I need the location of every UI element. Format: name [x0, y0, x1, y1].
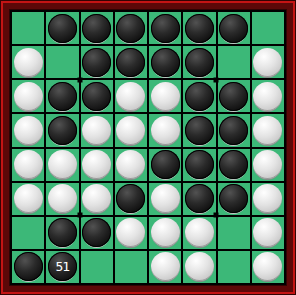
square-d6	[115, 183, 147, 215]
square-h5	[252, 149, 284, 181]
square-g3	[218, 80, 250, 112]
star-point-icon	[78, 77, 83, 82]
black-disc	[185, 184, 214, 213]
white-disc	[48, 184, 77, 213]
black-disc	[82, 48, 111, 77]
black-disc	[219, 116, 248, 145]
black-disc	[48, 82, 77, 111]
square-d4	[115, 114, 147, 146]
black-disc	[185, 82, 214, 111]
square-f1	[183, 12, 215, 44]
square-f2	[183, 46, 215, 78]
square-g6	[218, 183, 250, 215]
square-d1	[115, 12, 147, 44]
square-c1	[81, 12, 113, 44]
othello-game-window: 51	[0, 0, 296, 295]
black-disc	[185, 116, 214, 145]
square-c7	[81, 217, 113, 249]
black-disc: 51	[48, 252, 77, 281]
square-a5	[12, 149, 44, 181]
white-disc	[82, 116, 111, 145]
black-disc	[185, 150, 214, 179]
black-disc	[48, 14, 77, 43]
black-disc	[48, 218, 77, 247]
white-disc	[116, 150, 145, 179]
black-disc	[151, 150, 180, 179]
square-h8	[252, 251, 284, 283]
black-disc	[116, 48, 145, 77]
square-g8[interactable]	[218, 251, 250, 283]
square-g1	[218, 12, 250, 44]
square-h2	[252, 46, 284, 78]
board-frame-outer: 51	[0, 0, 296, 295]
white-disc	[48, 150, 77, 179]
white-disc	[151, 252, 180, 281]
square-h1[interactable]	[252, 12, 284, 44]
white-disc	[14, 184, 43, 213]
white-disc	[14, 82, 43, 111]
square-e6	[149, 183, 181, 215]
square-c3	[81, 80, 113, 112]
black-disc	[82, 14, 111, 43]
white-disc	[151, 116, 180, 145]
white-disc	[82, 150, 111, 179]
white-disc	[116, 82, 145, 111]
black-disc	[185, 48, 214, 77]
square-a2	[12, 46, 44, 78]
square-f8	[183, 251, 215, 283]
square-a6	[12, 183, 44, 215]
square-h4	[252, 114, 284, 146]
board-frame-highlight: 51	[1, 1, 295, 294]
white-disc	[151, 184, 180, 213]
white-disc	[185, 218, 214, 247]
square-e8	[149, 251, 181, 283]
square-b8: 51	[46, 251, 78, 283]
black-disc	[82, 218, 111, 247]
board-frame-inner: 51	[10, 10, 286, 285]
square-b6	[46, 183, 78, 215]
black-disc	[116, 14, 145, 43]
square-b2[interactable]	[46, 46, 78, 78]
square-b4	[46, 114, 78, 146]
square-d8[interactable]	[115, 251, 147, 283]
square-d3	[115, 80, 147, 112]
white-disc	[253, 82, 282, 111]
white-disc	[14, 48, 43, 77]
square-d7	[115, 217, 147, 249]
square-a7[interactable]	[12, 217, 44, 249]
white-disc	[253, 218, 282, 247]
square-a8	[12, 251, 44, 283]
square-a1[interactable]	[12, 12, 44, 44]
square-c4	[81, 114, 113, 146]
white-disc	[253, 48, 282, 77]
square-g7[interactable]	[218, 217, 250, 249]
square-c8[interactable]	[81, 251, 113, 283]
white-disc	[116, 116, 145, 145]
black-disc	[116, 184, 145, 213]
star-point-icon	[214, 213, 219, 218]
square-d2	[115, 46, 147, 78]
white-disc	[82, 184, 111, 213]
move-number-label: 51	[56, 260, 70, 273]
square-g4	[218, 114, 250, 146]
square-b3	[46, 80, 78, 112]
square-h7	[252, 217, 284, 249]
white-disc	[185, 252, 214, 281]
black-disc	[219, 82, 248, 111]
square-e1	[149, 12, 181, 44]
square-a4	[12, 114, 44, 146]
square-c2	[81, 46, 113, 78]
black-disc	[82, 82, 111, 111]
black-disc	[48, 116, 77, 145]
square-d5	[115, 149, 147, 181]
star-point-icon	[214, 77, 219, 82]
square-e7	[149, 217, 181, 249]
black-disc	[151, 14, 180, 43]
white-disc	[253, 150, 282, 179]
square-f5	[183, 149, 215, 181]
square-e4	[149, 114, 181, 146]
square-b7	[46, 217, 78, 249]
board-frame-shadow: 51	[9, 9, 287, 286]
white-disc	[14, 150, 43, 179]
board: 51	[12, 12, 284, 283]
white-disc	[14, 116, 43, 145]
white-disc	[116, 218, 145, 247]
square-h6	[252, 183, 284, 215]
square-e3	[149, 80, 181, 112]
square-f3	[183, 80, 215, 112]
white-disc	[151, 218, 180, 247]
white-disc	[253, 184, 282, 213]
black-disc	[185, 14, 214, 43]
square-a3	[12, 80, 44, 112]
square-f6	[183, 183, 215, 215]
square-e2	[149, 46, 181, 78]
square-c5	[81, 149, 113, 181]
square-f4	[183, 114, 215, 146]
black-disc	[14, 252, 43, 281]
square-c6	[81, 183, 113, 215]
black-disc	[219, 14, 248, 43]
black-disc	[219, 150, 248, 179]
black-disc	[151, 48, 180, 77]
black-disc	[219, 184, 248, 213]
square-f7	[183, 217, 215, 249]
square-e5	[149, 149, 181, 181]
square-g2[interactable]	[218, 46, 250, 78]
board-frame: 51	[3, 3, 293, 292]
square-b5	[46, 149, 78, 181]
square-b1	[46, 12, 78, 44]
white-disc	[253, 252, 282, 281]
white-disc	[151, 82, 180, 111]
white-disc	[253, 116, 282, 145]
square-h3	[252, 80, 284, 112]
star-point-icon	[78, 213, 83, 218]
square-g5	[218, 149, 250, 181]
